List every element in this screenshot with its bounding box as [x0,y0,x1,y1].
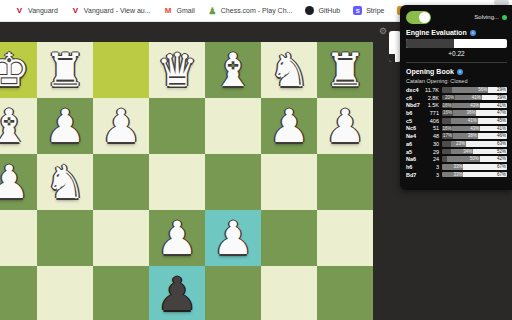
opening-book-row[interactable]: c540641%45% [406,118,507,124]
solver-toggle[interactable] [406,11,431,24]
engine-evaluation-title: Engine Evaluation i [406,29,507,36]
opening-book-title: Opening Book i [406,68,507,75]
board-square-b4[interactable] [261,210,317,266]
book-move: b6 [406,110,422,116]
book-move-count: 771 [422,110,439,116]
white-wins-segment: 16% [442,110,453,116]
black-wins-segment: 41% [480,103,507,109]
divider [406,62,507,63]
board-square-g5[interactable] [0,266,37,320]
opening-book-row[interactable]: Nc65116%43%41% [406,125,507,131]
settings-gear-icon[interactable]: ⚙ [379,26,387,36]
white-pawn[interactable]: ♟ [324,98,365,154]
white-wins-segment: 16% [442,126,452,132]
engine-evaluation-value: +0.22 [406,50,507,57]
white-wins-segment: 20% [442,95,455,101]
draw-segment: 33% [442,164,463,170]
black-wins-segment: 29% [488,87,507,93]
white-pawn[interactable]: ♟ [44,98,85,154]
board-square-c1[interactable]: ♝ [205,42,261,98]
info-icon[interactable]: i [470,30,476,36]
win-draw-loss-bar: 23%63% [442,141,507,147]
book-move: Na6 [406,156,422,162]
black-wins-segment: 52% [473,149,507,155]
board-square-c4[interactable]: ♟ [205,210,261,266]
black-wins-segment: 41% [480,126,507,132]
black-wins-segment: 39% [482,95,507,101]
status-text: Solving... [474,14,499,20]
white-pawn[interactable]: ♟ [0,154,30,210]
black-wins-segment: 63% [466,141,507,147]
white-rook[interactable]: ♜ [44,42,85,98]
board-square-f3[interactable]: ♞ [37,154,93,210]
draw-segment: 33% [442,172,463,178]
board-square-g4[interactable] [0,210,37,266]
white-king[interactable]: ♚ [0,42,30,98]
book-move: a6 [406,141,422,147]
book-move: c5 [406,118,422,124]
board-square-b3[interactable] [261,154,317,210]
draw-segment: 34% [451,149,473,155]
bookmark-label: Vanguard [28,7,58,14]
opening-book-row[interactable]: a52934%52% [406,149,507,155]
board-grid: ♚♜♛♝♞♜♝♟♟♟♟♟♞♟♟♟ [0,42,373,320]
board-square-d5[interactable]: ♟ [149,266,205,320]
board-square-f4[interactable] [37,210,93,266]
book-move: Nbd7 [406,102,422,108]
board-square-e4[interactable] [93,210,149,266]
board-square-g2[interactable]: ♝ [0,98,37,154]
draw-segment: 36% [453,110,476,116]
win-draw-loss-bar: 41%45% [442,118,507,124]
panel-header: Solving... [406,10,507,24]
board-square-a3[interactable] [317,154,373,210]
board-square-a5[interactable] [317,266,373,320]
board-square-e1[interactable] [93,42,149,98]
white-rook[interactable]: ♜ [324,42,365,98]
book-move: Bd7 [406,172,422,178]
bookmark-item[interactable]: MGmail [164,6,195,15]
opening-book-row[interactable]: c62.8K20%41%39% [406,95,507,101]
bookmark-item[interactable]: ♟Chess.com - Play Ch... [208,6,293,15]
opening-name: Catalan Opening: Closed [406,78,507,84]
opening-book-row[interactable]: Ne44817%38%46% [406,133,507,139]
board-square-g3[interactable]: ♟ [0,154,37,210]
book-move-count: 11.7K [422,87,439,93]
engine-evaluation-bar [406,39,507,48]
win-draw-loss-bar: 50%42% [442,156,507,162]
white-pawn[interactable]: ♟ [268,98,309,154]
white-wins-segment [442,141,451,147]
bookmark-item[interactable]: GitHub [305,6,340,15]
board-square-c3[interactable] [205,154,261,210]
eval-bar-dark-segment [406,39,454,48]
board-square-f5[interactable] [37,266,93,320]
win-draw-loss-bar: 16%43%41% [442,126,507,132]
book-move-count: 3 [422,164,439,170]
board-square-c5[interactable] [205,266,261,320]
opening-book-row[interactable]: b677116%36%47% [406,110,507,116]
white-pawn[interactable]: ♟ [212,210,253,266]
board-square-d4[interactable]: ♟ [149,210,205,266]
white-pawn[interactable]: ♟ [100,98,141,154]
draw-segment: 41% [455,95,482,101]
win-draw-loss-bar: 33%67% [442,164,507,170]
black-wins-segment: 46% [478,133,507,139]
board-square-d2[interactable] [149,98,205,154]
white-wins-segment: 16% [442,103,452,109]
black-pawn[interactable]: ♟ [156,266,197,320]
opening-book-row[interactable]: a63023%63% [406,141,507,147]
win-draw-loss-bar: 56%29% [442,87,507,93]
draw-segment: 41% [451,118,478,124]
bookmark-item[interactable]: SStripe [353,6,384,15]
white-wins-segment [442,149,451,155]
white-knight[interactable]: ♞ [268,42,309,98]
book-move: a5 [406,149,422,155]
bookmark-label: Chess.com - Play Ch... [221,7,293,14]
win-draw-loss-bar: 33%67% [442,172,507,178]
board-square-b1[interactable]: ♞ [261,42,317,98]
book-move: Nc6 [406,125,422,131]
book-move: dxc4 [406,87,422,93]
board-square-f1[interactable]: ♜ [37,42,93,98]
board-square-b5[interactable] [261,266,317,320]
black-wins-segment: 67% [463,172,507,178]
draw-segment: 23% [451,141,466,147]
book-move-count: 24 [422,156,439,162]
opening-book-row[interactable]: Bd7333%67% [406,172,507,178]
black-wins-segment: 42% [480,156,507,162]
white-knight[interactable]: ♞ [44,154,85,210]
board-square-d3[interactable] [149,154,205,210]
black-wins-segment: 67% [463,164,507,170]
opening-book-row[interactable]: dxc411.7K56%29% [406,87,507,93]
vanguard-icon: V [15,6,24,15]
board-square-c2[interactable] [205,98,261,154]
chesscom-icon: ♟ [208,6,217,15]
toggle-knob [419,12,430,23]
white-queen[interactable]: ♛ [156,42,197,98]
book-move-count: 1.5K [422,102,439,108]
book-move: h6 [406,164,422,170]
book-move-count: 51 [422,125,439,131]
chess-board: ♚♜♛♝♞♜♝♟♟♟♟♟♞♟♟♟ [0,42,374,320]
white-wins-segment [442,87,452,93]
opening-book-row[interactable]: h6333%67% [406,164,507,170]
draw-segment: 50% [447,156,480,162]
win-draw-loss-bar: 20%41%39% [442,95,507,101]
white-wins-segment [442,118,451,124]
bookmark-item[interactable]: VVanguard [15,6,58,15]
board-square-b2[interactable]: ♟ [261,98,317,154]
win-draw-loss-bar: 16%43%41% [442,103,507,109]
extension-panel: Solving... Engine Evaluation i +0.22 Ope… [400,5,512,190]
bookmark-label: Gmail [177,7,195,14]
white-bishop[interactable]: ♝ [0,98,30,154]
black-wins-segment: 47% [476,110,507,116]
status-dot-icon [502,15,507,20]
book-move-count: 406 [422,118,439,124]
book-move-count: 29 [422,149,439,155]
board-square-e3[interactable] [93,154,149,210]
opening-book-rows: dxc411.7K56%29%c62.8K20%41%39%Nbd71.5K16… [406,87,507,178]
book-move-count: 2.8K [422,95,439,101]
book-move: c6 [406,95,422,101]
bookmark-label: Vanguard - View au... [84,7,151,14]
opening-book-row[interactable]: Na62450%42% [406,156,507,162]
board-square-g1[interactable]: ♚ [0,42,37,98]
board-square-a2[interactable]: ♟ [317,98,373,154]
bookmark-label: Stripe [366,7,384,14]
github-icon [305,6,314,15]
evaluation-bar-black-portion [389,54,395,62]
book-move-count: 3 [422,172,439,178]
status: Solving... [474,14,507,20]
white-wins-segment: 17% [442,133,453,139]
win-draw-loss-bar: 16%36%47% [442,110,507,116]
draw-segment: 43% [452,103,480,109]
board-square-d1[interactable]: ♛ [149,42,205,98]
stripe-icon: S [353,6,362,15]
draw-segment: 56% [452,87,488,93]
board-square-e5[interactable] [93,266,149,320]
board-square-a4[interactable] [317,210,373,266]
book-move-count: 30 [422,141,439,147]
opening-book-label: Opening Book [406,68,454,75]
board-square-f2[interactable]: ♟ [37,98,93,154]
win-draw-loss-bar: 34%52% [442,149,507,155]
board-square-e2[interactable]: ♟ [93,98,149,154]
book-move-count: 48 [422,133,439,139]
vanguard-icon: V [71,6,80,15]
engine-evaluation-label: Engine Evaluation [406,29,467,36]
white-pawn[interactable]: ♟ [156,210,197,266]
win-draw-loss-bar: 17%38%46% [442,133,507,139]
draw-segment: 38% [453,133,478,139]
bookmark-item[interactable]: VVanguard - View au... [71,6,151,15]
info-icon[interactable]: i [457,69,463,75]
white-bishop[interactable]: ♝ [212,42,253,98]
book-move: Ne4 [406,133,422,139]
opening-book-row[interactable]: Nbd71.5K16%43%41% [406,102,507,108]
black-wins-segment: 45% [478,118,507,124]
bookmark-label: GitHub [318,7,340,14]
board-square-a1[interactable]: ♜ [317,42,373,98]
gmail-icon: M [164,6,173,15]
draw-segment: 43% [452,126,480,132]
